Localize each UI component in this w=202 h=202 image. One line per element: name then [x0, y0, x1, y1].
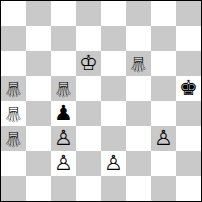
square-d3[interactable]: [76, 126, 101, 151]
square-e1[interactable]: [101, 176, 126, 201]
square-e8[interactable]: [101, 1, 126, 26]
square-f4[interactable]: [126, 101, 151, 126]
square-b2[interactable]: [26, 151, 51, 176]
square-f2[interactable]: [126, 151, 151, 176]
square-h4[interactable]: [176, 101, 201, 126]
square-h2[interactable]: [176, 151, 201, 176]
square-b8[interactable]: [26, 1, 51, 26]
square-b7[interactable]: [26, 26, 51, 51]
square-a4[interactable]: ♕: [1, 101, 26, 126]
white-pawn-icon: ♙: [104, 151, 123, 176]
white-grasshopper-icon: ♕: [54, 76, 73, 101]
white-pawn-icon: ♙: [154, 126, 173, 151]
square-d5[interactable]: [76, 76, 101, 101]
square-e6[interactable]: [101, 51, 126, 76]
square-d2[interactable]: [76, 151, 101, 176]
square-c7[interactable]: [51, 26, 76, 51]
white-pawn-icon: ♙: [54, 151, 73, 176]
square-a8[interactable]: [1, 1, 26, 26]
square-f8[interactable]: [126, 1, 151, 26]
square-c5[interactable]: ♕: [51, 76, 76, 101]
square-g3[interactable]: ♙: [151, 126, 176, 151]
square-g7[interactable]: [151, 26, 176, 51]
square-e5[interactable]: [101, 76, 126, 101]
square-b1[interactable]: [26, 176, 51, 201]
square-h7[interactable]: [176, 26, 201, 51]
square-f7[interactable]: [126, 26, 151, 51]
square-b5[interactable]: [26, 76, 51, 101]
square-f3[interactable]: [126, 126, 151, 151]
square-c3[interactable]: ♙: [51, 126, 76, 151]
square-c2[interactable]: ♙: [51, 151, 76, 176]
square-e3[interactable]: [101, 126, 126, 151]
square-d4[interactable]: [76, 101, 101, 126]
square-e2[interactable]: ♙: [101, 151, 126, 176]
square-a3[interactable]: ♕: [1, 126, 26, 151]
square-c8[interactable]: [51, 1, 76, 26]
square-a1[interactable]: [1, 176, 26, 201]
square-b3[interactable]: [26, 126, 51, 151]
square-d6[interactable]: ♔: [76, 51, 101, 76]
black-pawn-icon: ♟: [54, 101, 73, 126]
square-h5[interactable]: ♚: [176, 76, 201, 101]
square-h1[interactable]: [176, 176, 201, 201]
white-grasshopper-icon: ♕: [4, 101, 23, 126]
square-g4[interactable]: [151, 101, 176, 126]
square-e4[interactable]: [101, 101, 126, 126]
square-h8[interactable]: [176, 1, 201, 26]
square-f5[interactable]: [126, 76, 151, 101]
square-d8[interactable]: [76, 1, 101, 26]
square-b6[interactable]: [26, 51, 51, 76]
square-a6[interactable]: [1, 51, 26, 76]
square-d7[interactable]: [76, 26, 101, 51]
white-pawn-icon: ♙: [54, 126, 73, 151]
black-king-icon: ♚: [179, 76, 198, 101]
square-g1[interactable]: [151, 176, 176, 201]
white-grasshopper-icon: ♕: [129, 51, 148, 76]
chess-board: ♔♕♕♕♚♕♟♕♙♙♙♙: [0, 0, 202, 202]
square-g8[interactable]: [151, 1, 176, 26]
square-g2[interactable]: [151, 151, 176, 176]
white-king-icon: ♔: [79, 51, 98, 76]
square-a2[interactable]: [1, 151, 26, 176]
white-grasshopper-icon: ♕: [4, 126, 23, 151]
square-e7[interactable]: [101, 26, 126, 51]
square-g6[interactable]: [151, 51, 176, 76]
square-a7[interactable]: [1, 26, 26, 51]
square-h3[interactable]: [176, 126, 201, 151]
square-g5[interactable]: [151, 76, 176, 101]
square-a5[interactable]: ♕: [1, 76, 26, 101]
square-f6[interactable]: ♕: [126, 51, 151, 76]
square-c1[interactable]: [51, 176, 76, 201]
square-c6[interactable]: [51, 51, 76, 76]
square-b4[interactable]: [26, 101, 51, 126]
square-d1[interactable]: [76, 176, 101, 201]
square-c4[interactable]: ♟: [51, 101, 76, 126]
white-grasshopper-icon: ♕: [4, 76, 23, 101]
square-h6[interactable]: [176, 51, 201, 76]
square-f1[interactable]: [126, 176, 151, 201]
